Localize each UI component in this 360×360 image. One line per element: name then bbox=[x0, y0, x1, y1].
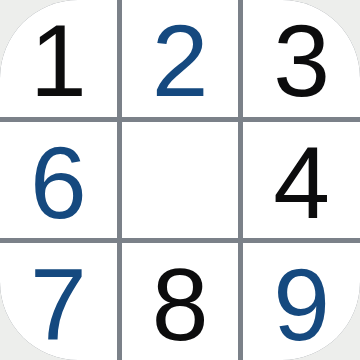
sudoku-grid: 1 2 3 6 4 7 8 9 bbox=[0, 0, 360, 360]
cell-r1c3: 3 bbox=[243, 0, 360, 117]
cell-r2c2 bbox=[122, 122, 239, 239]
cell-r3c2: 8 bbox=[122, 243, 239, 360]
cell-r2c1: 6 bbox=[0, 122, 117, 239]
cell-r1c1: 1 bbox=[0, 0, 117, 117]
cell-r3c1: 7 bbox=[0, 243, 117, 360]
cell-r3c3: 9 bbox=[243, 243, 360, 360]
cell-r1c2: 2 bbox=[122, 0, 239, 117]
sudoku-app-icon[interactable]: 1 2 3 6 4 7 8 9 bbox=[0, 0, 360, 360]
cell-r2c3: 4 bbox=[243, 122, 360, 239]
